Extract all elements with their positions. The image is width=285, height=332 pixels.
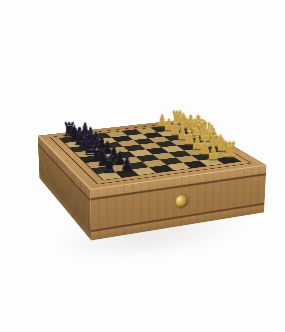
black-knight-piece: ♞	[90, 147, 117, 171]
chess-box: ♜♞♝♛♚♝♞♜♟♟♟♟♟♟♟♟♟♟♟♟♟♟♟♟♜♞♝♛♚♝♞♜	[38, 119, 267, 190]
drawer-knob	[175, 194, 187, 208]
chess-set-product-photo: ♜♞♝♛♚♝♞♜♟♟♟♟♟♟♟♟♟♟♟♟♟♟♟♟♜♞♝♛♚♝♞♜	[0, 0, 285, 332]
black-rook-piece: ♜	[96, 154, 123, 176]
white-rook-piece: ♜	[217, 139, 243, 160]
black-pawn-piece: ♟	[114, 155, 141, 174]
black-pawn-piece: ♟	[107, 150, 133, 168]
